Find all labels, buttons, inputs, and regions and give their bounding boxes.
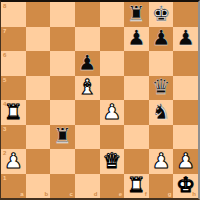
square-e2[interactable]: ♛: [100, 149, 125, 174]
square-g2[interactable]: ♟: [149, 149, 174, 174]
square-a8[interactable]: 8: [1, 2, 26, 27]
square-e4[interactable]: ♟: [100, 100, 125, 125]
black-pawn-icon[interactable]: ♟: [149, 27, 174, 52]
black-king-icon[interactable]: ♚: [149, 2, 174, 27]
square-d6[interactable]: ♟: [75, 51, 100, 76]
square-g8[interactable]: ♚: [149, 2, 174, 27]
file-label: g: [168, 191, 172, 197]
chess-board: 8♜♚7♟♟♟6♟5♝♛4♜♟♞3♜2♟♛♟♟1abcdef♜gh♚: [0, 0, 200, 200]
square-c3[interactable]: ♜: [50, 125, 75, 150]
square-a6[interactable]: 6: [1, 51, 26, 76]
square-h1[interactable]: h♚: [173, 174, 198, 199]
rank-label: 3: [3, 126, 6, 132]
square-b1[interactable]: b: [26, 174, 51, 199]
square-h4[interactable]: [173, 100, 198, 125]
square-a4[interactable]: 4♜: [1, 100, 26, 125]
file-label: c: [70, 191, 73, 197]
square-d3[interactable]: [75, 125, 100, 150]
square-e6[interactable]: [100, 51, 125, 76]
square-a1[interactable]: 1a: [1, 174, 26, 199]
square-b7[interactable]: [26, 27, 51, 52]
square-h7[interactable]: ♟: [173, 27, 198, 52]
square-a7[interactable]: 7: [1, 27, 26, 52]
square-h2[interactable]: ♟: [173, 149, 198, 174]
square-d4[interactable]: [75, 100, 100, 125]
square-c1[interactable]: c: [50, 174, 75, 199]
square-b8[interactable]: [26, 2, 51, 27]
file-label: e: [119, 191, 122, 197]
square-a2[interactable]: 2♟: [1, 149, 26, 174]
black-knight-icon[interactable]: ♞: [149, 100, 174, 125]
square-h3[interactable]: [173, 125, 198, 150]
black-rook-icon[interactable]: ♜: [124, 2, 149, 27]
rank-label: 5: [3, 77, 6, 83]
square-h8[interactable]: [173, 2, 198, 27]
white-rook-icon[interactable]: ♜: [1, 100, 26, 125]
square-d5[interactable]: ♝: [75, 76, 100, 101]
white-bishop-icon[interactable]: ♝: [75, 76, 100, 101]
rank-label: 6: [3, 52, 6, 58]
square-a3[interactable]: 3: [1, 125, 26, 150]
square-c5[interactable]: [50, 76, 75, 101]
square-b4[interactable]: [26, 100, 51, 125]
black-rook-icon[interactable]: ♜: [50, 125, 75, 150]
black-pawn-icon[interactable]: ♟: [173, 27, 198, 52]
square-g6[interactable]: [149, 51, 174, 76]
square-c4[interactable]: [50, 100, 75, 125]
black-pawn-icon[interactable]: ♟: [124, 27, 149, 52]
square-c8[interactable]: [50, 2, 75, 27]
square-f2[interactable]: [124, 149, 149, 174]
square-g3[interactable]: [149, 125, 174, 150]
square-f8[interactable]: ♜: [124, 2, 149, 27]
square-g5[interactable]: ♛: [149, 76, 174, 101]
square-e8[interactable]: [100, 2, 125, 27]
file-label: a: [20, 191, 23, 197]
square-d1[interactable]: d: [75, 174, 100, 199]
square-d8[interactable]: [75, 2, 100, 27]
white-pawn-icon[interactable]: ♟: [173, 149, 198, 174]
white-queen-icon[interactable]: ♛: [100, 149, 125, 174]
white-pawn-icon[interactable]: ♟: [100, 100, 125, 125]
square-h5[interactable]: [173, 76, 198, 101]
square-c7[interactable]: [50, 27, 75, 52]
square-e5[interactable]: [100, 76, 125, 101]
white-pawn-icon[interactable]: ♟: [149, 149, 174, 174]
rank-label: 7: [3, 28, 6, 34]
rank-label: 1: [3, 175, 6, 181]
square-f6[interactable]: [124, 51, 149, 76]
square-b5[interactable]: [26, 76, 51, 101]
rank-label: 8: [3, 3, 6, 9]
square-e1[interactable]: e: [100, 174, 125, 199]
white-king-icon[interactable]: ♚: [173, 174, 198, 199]
square-f3[interactable]: [124, 125, 149, 150]
square-d7[interactable]: [75, 27, 100, 52]
square-b2[interactable]: [26, 149, 51, 174]
square-a5[interactable]: 5: [1, 76, 26, 101]
file-label: d: [94, 191, 98, 197]
black-pawn-icon[interactable]: ♟: [75, 51, 100, 76]
square-e7[interactable]: [100, 27, 125, 52]
square-c2[interactable]: [50, 149, 75, 174]
square-g4[interactable]: ♞: [149, 100, 174, 125]
black-queen-icon[interactable]: ♛: [149, 76, 174, 101]
square-g7[interactable]: ♟: [149, 27, 174, 52]
white-pawn-icon[interactable]: ♟: [1, 149, 26, 174]
square-f7[interactable]: ♟: [124, 27, 149, 52]
square-f1[interactable]: f♜: [124, 174, 149, 199]
square-b3[interactable]: [26, 125, 51, 150]
file-label: b: [45, 191, 49, 197]
square-c6[interactable]: [50, 51, 75, 76]
square-h6[interactable]: [173, 51, 198, 76]
square-d2[interactable]: [75, 149, 100, 174]
square-g1[interactable]: g: [149, 174, 174, 199]
square-e3[interactable]: [100, 125, 125, 150]
square-f4[interactable]: [124, 100, 149, 125]
square-f5[interactable]: [124, 76, 149, 101]
white-rook-icon[interactable]: ♜: [124, 174, 149, 199]
square-b6[interactable]: [26, 51, 51, 76]
